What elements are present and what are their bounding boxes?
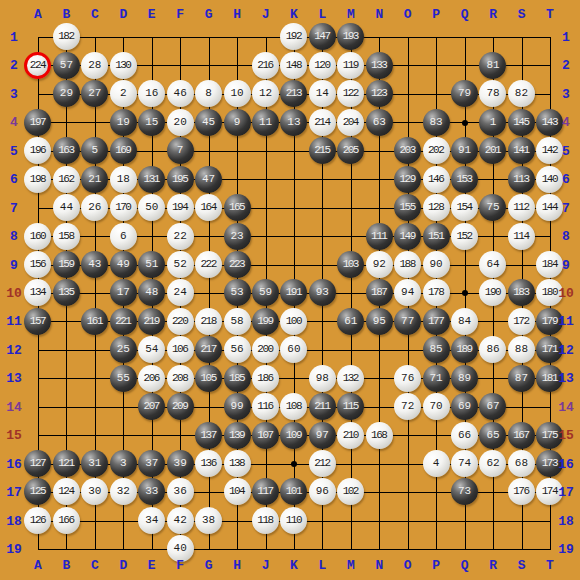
stone-white-36-F17[interactable]: 36 — [167, 478, 194, 505]
row-label-right-3: 3 — [562, 86, 570, 101]
stone-black-55-D13[interactable]: 55 — [110, 365, 137, 392]
stone-white-76-O13[interactable]: 76 — [394, 365, 421, 392]
stone-white-32-D17[interactable]: 32 — [110, 478, 137, 505]
stone-white-184-T9[interactable]: 184 — [536, 251, 563, 278]
col-label-bottom-P: P — [432, 558, 440, 573]
col-label-top-C: C — [91, 7, 99, 22]
col-label-bottom-C: C — [91, 558, 99, 573]
stone-white-120-L2[interactable]: 120 — [309, 52, 336, 79]
stone-black-23-H8[interactable]: 23 — [224, 223, 251, 250]
stone-black-103-M9[interactable]: 103 — [337, 251, 364, 278]
stone-white-170-D7[interactable]: 170 — [110, 194, 137, 221]
stone-black-145-S4[interactable]: 145 — [508, 109, 535, 136]
stone-black-47-G6[interactable]: 47 — [195, 166, 222, 193]
stone-black-97-L15[interactable]: 97 — [309, 422, 336, 449]
stone-black-135-B10[interactable]: 135 — [53, 279, 80, 306]
stone-black-77-O11[interactable]: 77 — [394, 308, 421, 335]
stone-white-148-K2[interactable]: 148 — [280, 52, 307, 79]
stone-white-86-R12[interactable]: 86 — [479, 336, 506, 363]
stone-black-69-Q14[interactable]: 69 — [451, 393, 478, 420]
stone-white-34-E18[interactable]: 34 — [138, 507, 165, 534]
stone-black-29-B3[interactable]: 29 — [53, 80, 80, 107]
stone-black-111-N8[interactable]: 111 — [366, 223, 393, 250]
stone-black-185-H13[interactable]: 185 — [224, 365, 251, 392]
stone-white-22-F8[interactable]: 22 — [167, 223, 194, 250]
col-label-top-T: T — [546, 7, 554, 22]
stone-black-63-N4[interactable]: 63 — [366, 109, 393, 136]
stone-black-31-C16[interactable]: 31 — [81, 450, 108, 477]
row-label-right-16: 16 — [558, 456, 574, 471]
stone-black-155-O7[interactable]: 155 — [394, 194, 421, 221]
stone-black-7-F5[interactable]: 7 — [167, 137, 194, 164]
stone-white-212-L16[interactable]: 212 — [309, 450, 336, 477]
stone-black-61-M11[interactable]: 61 — [337, 308, 364, 335]
row-label-right-14: 14 — [558, 399, 574, 414]
stone-black-75-R7[interactable]: 75 — [479, 194, 506, 221]
stone-white-96-L17[interactable]: 96 — [309, 478, 336, 505]
stone-white-84-Q11[interactable]: 84 — [451, 308, 478, 335]
stone-white-4-P16[interactable]: 4 — [423, 450, 450, 477]
stone-black-207-E14[interactable]: 207 — [138, 393, 165, 420]
stone-black-163-B5[interactable]: 163 — [53, 137, 80, 164]
col-label-bottom-D: D — [119, 558, 127, 573]
col-label-top-A: A — [34, 7, 42, 22]
stone-black-203-O5[interactable]: 203 — [394, 137, 421, 164]
row-label-right-10: 10 — [558, 285, 574, 300]
stone-black-83-P4[interactable]: 83 — [423, 109, 450, 136]
stone-white-190-R10[interactable]: 190 — [479, 279, 506, 306]
stone-black-177-P11[interactable]: 177 — [423, 308, 450, 335]
stone-black-115-M14[interactable]: 115 — [337, 393, 364, 420]
row-label-left-4: 4 — [10, 115, 18, 130]
row-label-left-16: 16 — [6, 456, 22, 471]
stone-black-9-H4[interactable]: 9 — [224, 109, 251, 136]
stone-white-186-J13[interactable]: 186 — [252, 365, 279, 392]
stone-white-56-H12[interactable]: 56 — [224, 336, 251, 363]
stone-black-187-N10[interactable]: 187 — [366, 279, 393, 306]
stone-white-90-P9[interactable]: 90 — [423, 251, 450, 278]
row-label-left-10: 10 — [6, 285, 22, 300]
stone-white-176-S17[interactable]: 176 — [508, 478, 535, 505]
stone-black-127-A16[interactable]: 127 — [24, 450, 51, 477]
col-label-top-R: R — [489, 7, 497, 22]
stone-black-133-N2[interactable]: 133 — [366, 52, 393, 79]
row-label-left-9: 9 — [10, 257, 18, 272]
row-label-left-15: 15 — [6, 428, 22, 443]
stone-white-88-S12[interactable]: 88 — [508, 336, 535, 363]
stone-white-124-B17[interactable]: 124 — [53, 478, 80, 505]
row-label-right-11: 11 — [558, 314, 574, 329]
stone-black-191-K10[interactable]: 191 — [280, 279, 307, 306]
stone-black-57-B2[interactable]: 57 — [53, 52, 80, 79]
stone-white-94-O10[interactable]: 94 — [394, 279, 421, 306]
stone-white-42-F18[interactable]: 42 — [167, 507, 194, 534]
stone-white-178-P10[interactable]: 178 — [423, 279, 450, 306]
stone-white-132-M13[interactable]: 132 — [337, 365, 364, 392]
col-label-top-J: J — [262, 7, 270, 22]
stone-white-24-F10[interactable]: 24 — [167, 279, 194, 306]
stone-black-141-S5[interactable]: 141 — [508, 137, 535, 164]
stone-black-101-K17[interactable]: 101 — [280, 478, 307, 505]
col-label-bottom-K: K — [290, 558, 298, 573]
col-label-top-N: N — [375, 7, 383, 22]
col-label-bottom-T: T — [546, 558, 554, 573]
stone-white-168-N15[interactable]: 168 — [366, 422, 393, 449]
row-label-left-6: 6 — [10, 172, 18, 187]
stone-white-202-P5[interactable]: 202 — [423, 137, 450, 164]
stone-white-108-K14[interactable]: 108 — [280, 393, 307, 420]
row-label-left-17: 17 — [6, 485, 22, 500]
col-label-top-G: G — [205, 7, 213, 22]
stone-white-194-F7[interactable]: 194 — [167, 194, 194, 221]
col-label-top-P: P — [432, 7, 440, 22]
stone-white-188-O9[interactable]: 188 — [394, 251, 421, 278]
stone-black-99-H14[interactable]: 99 — [224, 393, 251, 420]
stone-white-164-G7[interactable]: 164 — [195, 194, 222, 221]
stone-black-113-S6[interactable]: 113 — [508, 166, 535, 193]
stone-white-218-G11[interactable]: 218 — [195, 308, 222, 335]
stone-white-160-A8[interactable]: 160 — [24, 223, 51, 250]
stone-black-123-N3[interactable]: 123 — [366, 80, 393, 107]
stone-black-87-S13[interactable]: 87 — [508, 365, 535, 392]
stone-black-51-E9[interactable]: 51 — [138, 251, 165, 278]
col-label-bottom-H: H — [233, 558, 241, 573]
col-label-top-Q: Q — [461, 7, 469, 22]
stone-black-37-E16[interactable]: 37 — [138, 450, 165, 477]
stone-black-153-Q6[interactable]: 153 — [451, 166, 478, 193]
stone-white-26-C7[interactable]: 26 — [81, 194, 108, 221]
row-label-right-9: 9 — [562, 257, 570, 272]
stone-black-107-J15[interactable]: 107 — [252, 422, 279, 449]
col-label-bottom-N: N — [375, 558, 383, 573]
stone-white-64-R9[interactable]: 64 — [479, 251, 506, 278]
stone-white-224-A2[interactable]: 224 — [24, 52, 51, 79]
stone-white-220-F11[interactable]: 220 — [167, 308, 194, 335]
stone-black-25-D12[interactable]: 25 — [110, 336, 137, 363]
stone-black-193-M1[interactable]: 193 — [337, 23, 364, 50]
stone-black-45-G4[interactable]: 45 — [195, 109, 222, 136]
stone-black-169-D5[interactable]: 169 — [110, 137, 137, 164]
stone-white-112-S7[interactable]: 112 — [508, 194, 535, 221]
stone-white-182-B1[interactable]: 182 — [53, 23, 80, 50]
stone-white-16-E3[interactable]: 16 — [138, 80, 165, 107]
stone-black-15-E4[interactable]: 15 — [138, 109, 165, 136]
stone-black-183-S10[interactable]: 183 — [508, 279, 535, 306]
row-label-right-7: 7 — [562, 200, 570, 215]
stone-black-109-K15[interactable]: 109 — [280, 422, 307, 449]
stone-white-72-O14[interactable]: 72 — [394, 393, 421, 420]
col-label-bottom-E: E — [148, 558, 156, 573]
col-label-top-M: M — [347, 7, 355, 22]
stone-black-125-A17[interactable]: 125 — [24, 478, 51, 505]
stone-white-98-L13[interactable]: 98 — [309, 365, 336, 392]
stone-black-21-C6[interactable]: 21 — [81, 166, 108, 193]
stone-white-28-C2[interactable]: 28 — [81, 52, 108, 79]
row-label-left-7: 7 — [10, 200, 18, 215]
col-label-top-O: O — [404, 7, 412, 22]
stone-black-17-D10[interactable]: 17 — [110, 279, 137, 306]
row-label-right-2: 2 — [562, 58, 570, 73]
stone-black-3-D16[interactable]: 3 — [110, 450, 137, 477]
stone-black-39-F16[interactable]: 39 — [167, 450, 194, 477]
stone-white-10-H3[interactable]: 10 — [224, 80, 251, 107]
col-label-bottom-A: A — [34, 558, 42, 573]
stone-black-81-R2[interactable]: 81 — [479, 52, 506, 79]
stone-white-46-F3[interactable]: 46 — [167, 80, 194, 107]
col-label-top-H: H — [233, 7, 241, 22]
stone-white-128-P7[interactable]: 128 — [423, 194, 450, 221]
stone-black-205-M5[interactable]: 205 — [337, 137, 364, 164]
stone-white-134-A10[interactable]: 134 — [24, 279, 51, 306]
stone-black-165-H7[interactable]: 165 — [224, 194, 251, 221]
stone-black-221-D11[interactable]: 221 — [110, 308, 137, 335]
stone-black-79-Q3[interactable]: 79 — [451, 80, 478, 107]
stone-black-105-G13[interactable]: 105 — [195, 365, 222, 392]
row-label-right-19: 19 — [558, 541, 574, 556]
col-label-top-B: B — [63, 7, 71, 22]
col-label-top-D: D — [119, 7, 127, 22]
stone-black-48-E10[interactable]: 48 — [138, 279, 165, 306]
col-label-top-L: L — [319, 7, 327, 22]
row-label-right-18: 18 — [558, 513, 574, 528]
stone-white-158-B8[interactable]: 158 — [53, 223, 80, 250]
stone-white-62-R16[interactable]: 62 — [479, 450, 506, 477]
stone-black-189-Q12[interactable]: 189 — [451, 336, 478, 363]
stone-black-19-D4[interactable]: 19 — [110, 109, 137, 136]
go-board: 1821921471932245728130216148120119133812… — [0, 0, 580, 580]
stone-black-217-G12[interactable]: 217 — [195, 336, 222, 363]
stone-black-161-C11[interactable]: 161 — [81, 308, 108, 335]
stone-black-215-L5[interactable]: 215 — [309, 137, 336, 164]
stone-white-18-D6[interactable]: 18 — [110, 166, 137, 193]
stone-white-68-S16[interactable]: 68 — [508, 450, 535, 477]
stone-white-200-J12[interactable]: 200 — [252, 336, 279, 363]
stone-white-100-K11[interactable]: 100 — [280, 308, 307, 335]
stone-black-147-L1[interactable]: 147 — [309, 23, 336, 50]
stone-black-143-T4[interactable]: 143 — [536, 109, 563, 136]
stone-black-43-C9[interactable]: 43 — [81, 251, 108, 278]
col-label-bottom-G: G — [205, 558, 213, 573]
row-label-right-17: 17 — [558, 485, 574, 500]
stone-black-71-P13[interactable]: 71 — [423, 365, 450, 392]
stone-white-172-S11[interactable]: 172 — [508, 308, 535, 335]
board-grid: 1821921471932245728130216148120119133812… — [24, 23, 564, 563]
stone-white-206-E13[interactable]: 206 — [138, 365, 165, 392]
col-label-bottom-R: R — [489, 558, 497, 573]
stone-white-146-P6[interactable]: 146 — [423, 166, 450, 193]
stone-white-14-L3[interactable]: 14 — [309, 80, 336, 107]
row-label-left-5: 5 — [10, 143, 18, 158]
stone-black-1-R4[interactable]: 1 — [479, 109, 506, 136]
stone-black-67-R14[interactable]: 67 — [479, 393, 506, 420]
stone-white-204-M4[interactable]: 204 — [337, 109, 364, 136]
stone-black-49-D9[interactable]: 49 — [110, 251, 137, 278]
stone-black-93-L10[interactable]: 93 — [309, 279, 336, 306]
stone-white-44-B7[interactable]: 44 — [53, 194, 80, 221]
stone-white-140-T6[interactable]: 140 — [536, 166, 563, 193]
row-label-left-18: 18 — [6, 513, 22, 528]
col-label-bottom-S: S — [518, 558, 526, 573]
col-label-bottom-M: M — [347, 558, 355, 573]
stone-white-126-A18[interactable]: 126 — [24, 507, 51, 534]
stone-white-52-F9[interactable]: 52 — [167, 251, 194, 278]
stone-black-209-F14[interactable]: 209 — [167, 393, 194, 420]
stone-white-222-G9[interactable]: 222 — [195, 251, 222, 278]
stone-white-74-Q16[interactable]: 74 — [451, 450, 478, 477]
stone-black-199-J11[interactable]: 199 — [252, 308, 279, 335]
stone-white-58-H11[interactable]: 58 — [224, 308, 251, 335]
stone-black-157-A11[interactable]: 157 — [24, 308, 51, 335]
row-label-left-1: 1 — [10, 30, 18, 45]
stone-white-54-E12[interactable]: 54 — [138, 336, 165, 363]
stone-white-92-N9[interactable]: 92 — [366, 251, 393, 278]
col-label-bottom-J: J — [262, 558, 270, 573]
stone-white-122-M3[interactable]: 122 — [337, 80, 364, 107]
stone-white-138-H16[interactable]: 138 — [224, 450, 251, 477]
row-label-right-1: 1 — [562, 30, 570, 45]
stone-white-30-C17[interactable]: 30 — [81, 478, 108, 505]
stone-black-195-F6[interactable]: 195 — [167, 166, 194, 193]
row-label-right-5: 5 — [562, 143, 570, 158]
stone-black-95-N11[interactable]: 95 — [366, 308, 393, 335]
stone-black-219-E11[interactable]: 219 — [138, 308, 165, 335]
stone-black-223-H9[interactable]: 223 — [224, 251, 251, 278]
row-label-right-8: 8 — [562, 229, 570, 244]
stone-black-139-H15[interactable]: 139 — [224, 422, 251, 449]
col-label-bottom-O: O — [404, 558, 412, 573]
stone-white-192-K1[interactable]: 192 — [280, 23, 307, 50]
stone-white-166-B18[interactable]: 166 — [53, 507, 80, 534]
stone-black-137-G15[interactable]: 137 — [195, 422, 222, 449]
stone-white-104-H17[interactable]: 104 — [224, 478, 251, 505]
col-label-bottom-Q: Q — [461, 558, 469, 573]
stone-black-201-R5[interactable]: 201 — [479, 137, 506, 164]
stone-white-198-A6[interactable]: 198 — [24, 166, 51, 193]
stone-black-131-E6[interactable]: 131 — [138, 166, 165, 193]
stone-black-89-Q13[interactable]: 89 — [451, 365, 478, 392]
stone-white-78-R3[interactable]: 78 — [479, 80, 506, 107]
col-label-bottom-F: F — [176, 558, 184, 573]
row-label-left-3: 3 — [10, 86, 18, 101]
stone-white-154-Q7[interactable]: 154 — [451, 194, 478, 221]
stone-white-114-S8[interactable]: 114 — [508, 223, 535, 250]
stone-white-118-J18[interactable]: 118 — [252, 507, 279, 534]
stone-white-20-F4[interactable]: 20 — [167, 109, 194, 136]
stone-black-211-L14[interactable]: 211 — [309, 393, 336, 420]
stone-white-8-G3[interactable]: 8 — [195, 80, 222, 107]
col-label-top-F: F — [176, 7, 184, 22]
row-label-left-12: 12 — [6, 342, 22, 357]
stone-white-152-Q8[interactable]: 152 — [451, 223, 478, 250]
stone-white-156-A9[interactable]: 156 — [24, 251, 51, 278]
stone-black-167-S15[interactable]: 167 — [508, 422, 535, 449]
stone-black-5-C5[interactable]: 5 — [81, 137, 108, 164]
row-label-right-6: 6 — [562, 172, 570, 187]
stone-white-119-M2[interactable]: 119 — [337, 52, 364, 79]
row-label-right-4: 4 — [562, 115, 570, 130]
stone-black-197-A4[interactable]: 197 — [24, 109, 51, 136]
col-label-bottom-B: B — [63, 558, 71, 573]
stone-white-60-K12[interactable]: 60 — [280, 336, 307, 363]
stone-black-213-K3[interactable]: 213 — [280, 80, 307, 107]
stone-white-196-A5[interactable]: 196 — [24, 137, 51, 164]
stone-white-142-T5[interactable]: 142 — [536, 137, 563, 164]
stone-white-82-S3[interactable]: 82 — [508, 80, 535, 107]
row-label-right-12: 12 — [558, 342, 574, 357]
stone-black-129-O6[interactable]: 129 — [394, 166, 421, 193]
stone-black-151-P8[interactable]: 151 — [423, 223, 450, 250]
stone-white-102-M17[interactable]: 102 — [337, 478, 364, 505]
stone-black-73-Q17[interactable]: 73 — [451, 478, 478, 505]
stone-white-130-D2[interactable]: 130 — [110, 52, 137, 79]
stone-black-27-C3[interactable]: 27 — [81, 80, 108, 107]
row-label-left-11: 11 — [6, 314, 22, 329]
stone-black-117-J17[interactable]: 117 — [252, 478, 279, 505]
stone-white-6-D8[interactable]: 6 — [110, 223, 137, 250]
stone-white-144-T7[interactable]: 144 — [536, 194, 563, 221]
stone-black-13-K4[interactable]: 13 — [280, 109, 307, 136]
stone-black-91-Q5[interactable]: 91 — [451, 137, 478, 164]
row-label-left-2: 2 — [10, 58, 18, 73]
stone-white-210-M15[interactable]: 210 — [337, 422, 364, 449]
col-label-top-K: K — [290, 7, 298, 22]
col-label-top-E: E — [148, 7, 156, 22]
stone-white-38-G18[interactable]: 38 — [195, 507, 222, 534]
stone-white-116-J14[interactable]: 116 — [252, 393, 279, 420]
stone-white-12-J3[interactable]: 12 — [252, 80, 279, 107]
stone-white-208-F13[interactable]: 208 — [167, 365, 194, 392]
stone-white-66-Q15[interactable]: 66 — [451, 422, 478, 449]
row-label-right-13: 13 — [558, 371, 574, 386]
stone-black-11-J4[interactable]: 11 — [252, 109, 279, 136]
row-label-left-13: 13 — [6, 371, 22, 386]
stone-black-85-P12[interactable]: 85 — [423, 336, 450, 363]
row-label-left-14: 14 — [6, 399, 22, 414]
stone-white-106-F12[interactable]: 106 — [167, 336, 194, 363]
stone-white-50-E7[interactable]: 50 — [138, 194, 165, 221]
stone-white-214-L4[interactable]: 214 — [309, 109, 336, 136]
stone-white-216-J2[interactable]: 216 — [252, 52, 279, 79]
stone-black-33-E17[interactable]: 33 — [138, 478, 165, 505]
stone-white-110-K18[interactable]: 110 — [280, 507, 307, 534]
stone-white-2-D3[interactable]: 2 — [110, 80, 137, 107]
stone-black-59-J10[interactable]: 59 — [252, 279, 279, 306]
row-label-left-8: 8 — [10, 229, 18, 244]
stone-black-159-B9[interactable]: 159 — [53, 251, 80, 278]
stone-black-53-H10[interactable]: 53 — [224, 279, 251, 306]
col-label-top-S: S — [518, 7, 526, 22]
stone-black-65-R15[interactable]: 65 — [479, 422, 506, 449]
row-label-right-15: 15 — [558, 428, 574, 443]
stone-white-136-G16[interactable]: 136 — [195, 450, 222, 477]
col-label-bottom-L: L — [319, 558, 327, 573]
row-label-left-19: 19 — [6, 541, 22, 556]
stone-black-121-B16[interactable]: 121 — [53, 450, 80, 477]
stone-white-162-B6[interactable]: 162 — [53, 166, 80, 193]
stone-black-149-O8[interactable]: 149 — [394, 223, 421, 250]
stone-white-70-P14[interactable]: 70 — [423, 393, 450, 420]
